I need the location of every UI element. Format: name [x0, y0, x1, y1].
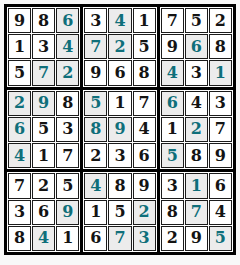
cell-r8c6[interactable]: 2	[133, 200, 156, 225]
cell-r6c9[interactable]: 9	[209, 143, 232, 168]
cell-r8c2[interactable]: 6	[32, 200, 55, 225]
sudoku-box-8: 489152673	[83, 172, 156, 252]
cell-r6c2[interactable]: 1	[32, 143, 55, 168]
cell-r9c1[interactable]: 8	[8, 226, 31, 251]
cell-r6c4[interactable]: 2	[84, 143, 107, 168]
sudoku-box-6: 643127589	[160, 90, 233, 170]
cell-r3c6[interactable]: 8	[133, 60, 156, 85]
cell-r2c2[interactable]: 3	[32, 34, 55, 59]
cell-r6c1[interactable]: 4	[8, 143, 31, 168]
cell-r2c6[interactable]: 5	[133, 34, 156, 59]
cell-r7c6[interactable]: 9	[133, 173, 156, 198]
cell-r4c2[interactable]: 9	[32, 91, 55, 116]
cell-r1c9[interactable]: 2	[209, 8, 232, 33]
cell-r3c2[interactable]: 7	[32, 60, 55, 85]
cell-r1c8[interactable]: 5	[185, 8, 208, 33]
sudoku-box-1: 986134572	[7, 7, 80, 87]
sudoku-box-3: 752968431	[160, 7, 233, 87]
cell-r5c4[interactable]: 8	[84, 117, 107, 142]
cell-r7c4[interactable]: 4	[84, 173, 107, 198]
cell-r3c3[interactable]: 2	[56, 60, 79, 85]
cell-r6c8[interactable]: 8	[185, 143, 208, 168]
cell-r1c7[interactable]: 7	[161, 8, 184, 33]
cell-r9c2[interactable]: 4	[32, 226, 55, 251]
cell-r1c6[interactable]: 1	[133, 8, 156, 33]
cell-r9c3[interactable]: 1	[56, 226, 79, 251]
cell-r6c6[interactable]: 6	[133, 143, 156, 168]
cell-r9c4[interactable]: 6	[84, 226, 107, 251]
cell-r3c7[interactable]: 4	[161, 60, 184, 85]
cell-r9c5[interactable]: 7	[108, 226, 131, 251]
cell-r2c4[interactable]: 7	[84, 34, 107, 59]
cell-r5c3[interactable]: 3	[56, 117, 79, 142]
cell-r7c7[interactable]: 3	[161, 173, 184, 198]
cell-r5c7[interactable]: 1	[161, 117, 184, 142]
sudoku-page: 9861345723417259687529684312986534175178…	[0, 0, 240, 265]
cell-r4c4[interactable]: 5	[84, 91, 107, 116]
sudoku-board: 9861345723417259687529684312986534175178…	[4, 4, 236, 255]
cell-r3c8[interactable]: 3	[185, 60, 208, 85]
cell-r2c1[interactable]: 1	[8, 34, 31, 59]
cell-r1c4[interactable]: 3	[84, 8, 107, 33]
cell-r8c9[interactable]: 4	[209, 200, 232, 225]
cell-r1c1[interactable]: 9	[8, 8, 31, 33]
cell-r4c8[interactable]: 4	[185, 91, 208, 116]
cell-r9c8[interactable]: 9	[185, 226, 208, 251]
cell-r4c3[interactable]: 8	[56, 91, 79, 116]
cell-r3c5[interactable]: 6	[108, 60, 131, 85]
cell-r5c5[interactable]: 9	[108, 117, 131, 142]
cell-r6c3[interactable]: 7	[56, 143, 79, 168]
sudoku-box-2: 341725968	[83, 7, 156, 87]
cell-r7c8[interactable]: 1	[185, 173, 208, 198]
cell-r4c1[interactable]: 2	[8, 91, 31, 116]
cell-r7c5[interactable]: 8	[108, 173, 131, 198]
cell-r7c1[interactable]: 7	[8, 173, 31, 198]
cell-r1c5[interactable]: 4	[108, 8, 131, 33]
cell-r4c6[interactable]: 7	[133, 91, 156, 116]
cell-r5c2[interactable]: 5	[32, 117, 55, 142]
cell-r6c7[interactable]: 5	[161, 143, 184, 168]
cell-r9c7[interactable]: 2	[161, 226, 184, 251]
cell-r8c8[interactable]: 7	[185, 200, 208, 225]
cell-r8c7[interactable]: 8	[161, 200, 184, 225]
cell-r1c2[interactable]: 8	[32, 8, 55, 33]
sudoku-box-4: 298653417	[7, 90, 80, 170]
cell-r2c9[interactable]: 8	[209, 34, 232, 59]
sudoku-box-7: 725369841	[7, 172, 80, 252]
cell-r8c3[interactable]: 9	[56, 200, 79, 225]
cell-r3c9[interactable]: 1	[209, 60, 232, 85]
sudoku-box-9: 316874295	[160, 172, 233, 252]
cell-r8c5[interactable]: 5	[108, 200, 131, 225]
cell-r5c9[interactable]: 7	[209, 117, 232, 142]
cell-r4c5[interactable]: 1	[108, 91, 131, 116]
cell-r9c9[interactable]: 5	[209, 226, 232, 251]
cell-r8c4[interactable]: 1	[84, 200, 107, 225]
cell-r6c5[interactable]: 3	[108, 143, 131, 168]
cell-r7c9[interactable]: 6	[209, 173, 232, 198]
cell-r2c5[interactable]: 2	[108, 34, 131, 59]
cell-r2c8[interactable]: 6	[185, 34, 208, 59]
cell-r4c9[interactable]: 3	[209, 91, 232, 116]
cell-r8c1[interactable]: 3	[8, 200, 31, 225]
cell-r2c7[interactable]: 9	[161, 34, 184, 59]
cell-r7c2[interactable]: 2	[32, 173, 55, 198]
cell-r5c6[interactable]: 4	[133, 117, 156, 142]
cell-r3c4[interactable]: 9	[84, 60, 107, 85]
cell-r4c7[interactable]: 6	[161, 91, 184, 116]
cell-r2c3[interactable]: 4	[56, 34, 79, 59]
cell-r3c1[interactable]: 5	[8, 60, 31, 85]
cell-r1c3[interactable]: 6	[56, 8, 79, 33]
cell-r5c1[interactable]: 6	[8, 117, 31, 142]
cell-r5c8[interactable]: 2	[185, 117, 208, 142]
cell-r7c3[interactable]: 5	[56, 173, 79, 198]
cell-r9c6[interactable]: 3	[133, 226, 156, 251]
sudoku-box-5: 517894236	[83, 90, 156, 170]
